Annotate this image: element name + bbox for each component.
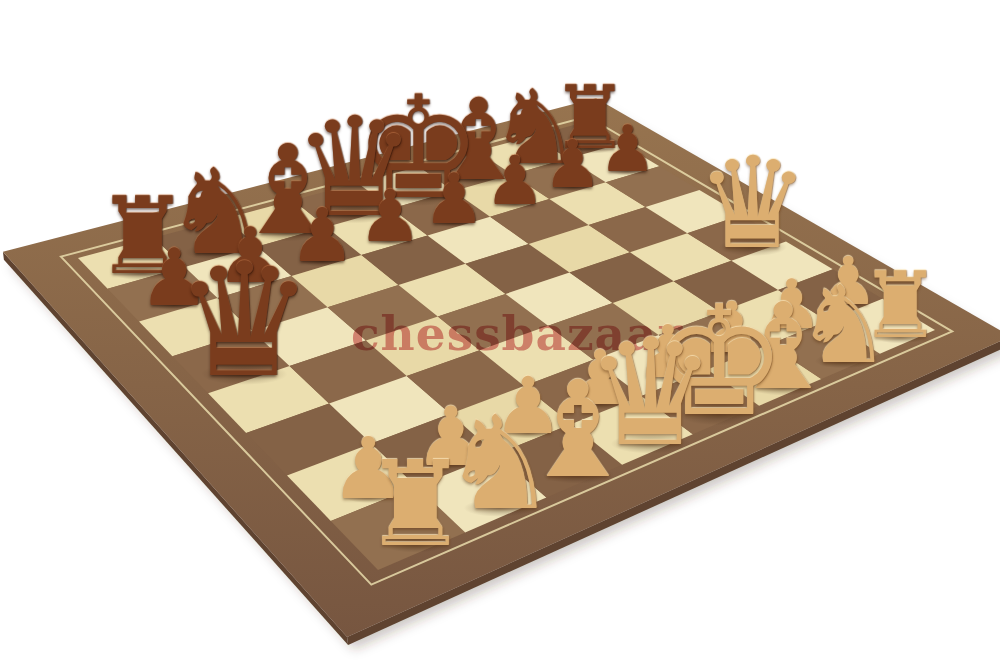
piece-black-pawn-h7[interactable]: ♟ — [599, 117, 657, 181]
chess-set-photo: ♜♞♟♝♟♚♟♛♟♝♟♛♞♟♜♟♟♟♟♜♟♞♛♟♝♟♚♟♛♟♝♟♞♜ chess… — [0, 0, 1000, 667]
piece-black-queen-a5[interactable]: ♛ — [174, 242, 315, 399]
piece-black-pawn-g7[interactable]: ♟ — [543, 132, 602, 198]
piece-white-rook-a1[interactable]: ♜ — [362, 445, 468, 563]
piece-black-pawn-d7[interactable]: ♟ — [358, 181, 422, 253]
piece-black-pawn-f7[interactable]: ♟ — [485, 147, 546, 215]
piece-black-pawn-e7[interactable]: ♟ — [423, 164, 485, 234]
piece-white-queen-h4[interactable]: ♛ — [696, 141, 809, 267]
